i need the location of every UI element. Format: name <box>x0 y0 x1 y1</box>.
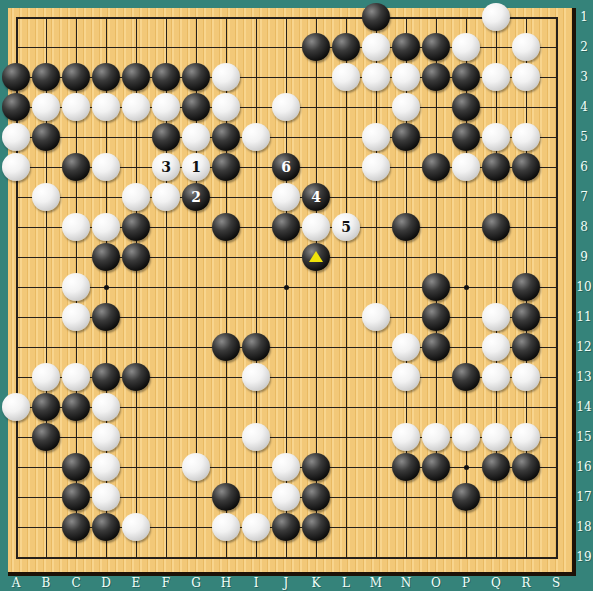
stone-black-N5[interactable] <box>392 123 420 151</box>
stone-white-M6[interactable] <box>362 153 390 181</box>
stone-black-H8[interactable] <box>212 213 240 241</box>
stone-black-Q8[interactable] <box>482 213 510 241</box>
stone-black-E9[interactable] <box>122 243 150 271</box>
stone-white-P6[interactable] <box>452 153 480 181</box>
move-number-1: 1 <box>191 160 201 174</box>
stone-white-R15[interactable] <box>512 423 540 451</box>
stone-black-O11[interactable] <box>422 303 450 331</box>
stone-black-C18[interactable] <box>62 513 90 541</box>
stone-white-D8[interactable] <box>92 213 120 241</box>
col-label-G: G <box>191 576 201 590</box>
stone-black-R16[interactable] <box>512 453 540 481</box>
stone-black-O2[interactable] <box>422 33 450 61</box>
row-label-5: 5 <box>580 130 588 144</box>
go-game-screen: 316245 ABCDEFGHIJKLMNOPQRS12345678910111… <box>0 0 593 591</box>
stone-black-J8[interactable] <box>272 213 300 241</box>
grid-line <box>16 17 558 19</box>
col-label-C: C <box>71 576 80 590</box>
stone-black-O16[interactable] <box>422 453 450 481</box>
stone-white-N4[interactable] <box>392 93 420 121</box>
stone-black-D18[interactable] <box>92 513 120 541</box>
stone-black-P5[interactable] <box>452 123 480 151</box>
stone-white-M5[interactable] <box>362 123 390 151</box>
stone-white-M11[interactable] <box>362 303 390 331</box>
stone-white-F7[interactable] <box>152 183 180 211</box>
stone-black-E13[interactable] <box>122 363 150 391</box>
star-point <box>464 465 469 470</box>
stone-black-D13[interactable] <box>92 363 120 391</box>
stone-black-B15[interactable] <box>32 423 60 451</box>
col-label-O: O <box>431 576 441 590</box>
stone-black-R11[interactable] <box>512 303 540 331</box>
col-label-L: L <box>342 576 350 590</box>
move-number-2: 2 <box>191 190 201 204</box>
stone-white-M3[interactable] <box>362 63 390 91</box>
stone-white-D14[interactable] <box>92 393 120 421</box>
stone-white-P15[interactable] <box>452 423 480 451</box>
stone-white-R3[interactable] <box>512 63 540 91</box>
stone-white-D6[interactable] <box>92 153 120 181</box>
stone-white-H3[interactable] <box>212 63 240 91</box>
stone-white-H18[interactable] <box>212 513 240 541</box>
grid-line <box>16 557 558 559</box>
stone-white-B7[interactable] <box>32 183 60 211</box>
stone-white-I13[interactable] <box>242 363 270 391</box>
stone-white-P2[interactable] <box>452 33 480 61</box>
stone-white-Q11[interactable] <box>482 303 510 331</box>
row-label-13: 13 <box>576 370 591 384</box>
stone-black-N16[interactable] <box>392 453 420 481</box>
stone-black-R6[interactable] <box>512 153 540 181</box>
stone-white-E18[interactable] <box>122 513 150 541</box>
stone-black-P3[interactable] <box>452 63 480 91</box>
row-label-17: 17 <box>576 490 591 504</box>
stone-black-K17[interactable] <box>302 483 330 511</box>
grid-line <box>556 17 558 559</box>
col-label-S: S <box>552 576 560 590</box>
stone-black-O10[interactable] <box>422 273 450 301</box>
stone-white-I5[interactable] <box>242 123 270 151</box>
stone-black-C6[interactable] <box>62 153 90 181</box>
stone-white-R13[interactable] <box>512 363 540 391</box>
stone-white-R5[interactable] <box>512 123 540 151</box>
stone-black-K18[interactable] <box>302 513 330 541</box>
col-label-D: D <box>101 576 111 590</box>
stone-white-J17[interactable] <box>272 483 300 511</box>
stone-white-J7[interactable] <box>272 183 300 211</box>
stone-white-D16[interactable] <box>92 453 120 481</box>
stone-white-A14[interactable] <box>2 393 30 421</box>
stone-white-K8[interactable] <box>302 213 330 241</box>
stone-black-K2[interactable] <box>302 33 330 61</box>
row-label-9: 9 <box>580 250 588 264</box>
row-label-7: 7 <box>580 190 588 204</box>
stone-black-Q16[interactable] <box>482 453 510 481</box>
stone-black-E8[interactable] <box>122 213 150 241</box>
stone-black-F3[interactable] <box>152 63 180 91</box>
stone-white-C4[interactable] <box>62 93 90 121</box>
stone-black-G3[interactable] <box>182 63 210 91</box>
stone-black-N8[interactable] <box>392 213 420 241</box>
stone-white-Q5[interactable] <box>482 123 510 151</box>
stone-white-H4[interactable] <box>212 93 240 121</box>
stone-black-R10[interactable] <box>512 273 540 301</box>
col-label-R: R <box>521 576 530 590</box>
triangle-mark <box>309 251 323 262</box>
col-label-F: F <box>162 576 170 590</box>
stone-white-D17[interactable] <box>92 483 120 511</box>
stone-white-F4[interactable] <box>152 93 180 121</box>
row-label-3: 3 <box>580 70 588 84</box>
row-label-4: 4 <box>580 100 588 114</box>
stone-black-K7[interactable]: 4 <box>302 183 330 211</box>
stone-black-J6[interactable]: 6 <box>272 153 300 181</box>
stone-white-O15[interactable] <box>422 423 450 451</box>
stone-white-E7[interactable] <box>122 183 150 211</box>
grid-line <box>376 17 377 559</box>
row-label-15: 15 <box>576 430 591 444</box>
col-label-Q: Q <box>491 576 501 590</box>
stone-white-C13[interactable] <box>62 363 90 391</box>
col-label-N: N <box>401 576 412 590</box>
stone-white-C11[interactable] <box>62 303 90 331</box>
stone-white-L3[interactable] <box>332 63 360 91</box>
col-label-J: J <box>284 576 289 590</box>
move-number-6: 6 <box>281 160 291 174</box>
stone-black-Q6[interactable] <box>482 153 510 181</box>
stone-black-P17[interactable] <box>452 483 480 511</box>
move-number-4: 4 <box>311 190 321 204</box>
stone-white-I15[interactable] <box>242 423 270 451</box>
star-point <box>104 285 109 290</box>
stone-white-N15[interactable] <box>392 423 420 451</box>
col-label-E: E <box>132 576 141 590</box>
stone-black-J18[interactable] <box>272 513 300 541</box>
row-label-14: 14 <box>576 400 591 414</box>
row-label-12: 12 <box>576 340 591 354</box>
row-label-6: 6 <box>580 160 588 174</box>
stone-white-Q15[interactable] <box>482 423 510 451</box>
row-label-8: 8 <box>580 220 588 234</box>
stone-white-D4[interactable] <box>92 93 120 121</box>
stone-black-P13[interactable] <box>452 363 480 391</box>
stone-black-O12[interactable] <box>422 333 450 361</box>
stone-black-D9[interactable] <box>92 243 120 271</box>
stone-white-R2[interactable] <box>512 33 540 61</box>
stone-black-O6[interactable] <box>422 153 450 181</box>
stone-white-C10[interactable] <box>62 273 90 301</box>
stone-black-P4[interactable] <box>452 93 480 121</box>
row-label-11: 11 <box>576 310 591 324</box>
stone-white-N3[interactable] <box>392 63 420 91</box>
stone-black-N2[interactable] <box>392 33 420 61</box>
stone-black-K16[interactable] <box>302 453 330 481</box>
stone-black-B14[interactable] <box>32 393 60 421</box>
grid-line <box>346 17 347 559</box>
stone-black-H5[interactable] <box>212 123 240 151</box>
stone-white-J16[interactable] <box>272 453 300 481</box>
stone-white-L8[interactable]: 5 <box>332 213 360 241</box>
stone-black-C14[interactable] <box>62 393 90 421</box>
stone-white-G5[interactable] <box>182 123 210 151</box>
stone-black-R12[interactable] <box>512 333 540 361</box>
row-label-2: 2 <box>580 40 588 54</box>
stone-black-H6[interactable] <box>212 153 240 181</box>
stone-black-B5[interactable] <box>32 123 60 151</box>
stone-black-E3[interactable] <box>122 63 150 91</box>
stone-black-G7[interactable]: 2 <box>182 183 210 211</box>
stone-black-D11[interactable] <box>92 303 120 331</box>
grid-line <box>16 347 558 348</box>
col-label-M: M <box>370 576 382 590</box>
stone-black-G4[interactable] <box>182 93 210 121</box>
star-point <box>284 285 289 290</box>
star-point <box>464 285 469 290</box>
stone-black-O3[interactable] <box>422 63 450 91</box>
stone-white-N13[interactable] <box>392 363 420 391</box>
stone-white-A6[interactable] <box>2 153 30 181</box>
stone-black-D3[interactable] <box>92 63 120 91</box>
row-label-18: 18 <box>576 520 591 534</box>
stone-white-C8[interactable] <box>62 213 90 241</box>
stone-black-C17[interactable] <box>62 483 90 511</box>
move-number-3: 3 <box>161 160 171 174</box>
stone-white-B13[interactable] <box>32 363 60 391</box>
col-label-K: K <box>312 576 321 590</box>
stone-white-F6[interactable]: 3 <box>152 153 180 181</box>
col-label-I: I <box>254 576 259 590</box>
stone-white-Q12[interactable] <box>482 333 510 361</box>
stone-black-B3[interactable] <box>32 63 60 91</box>
goban[interactable]: 316245 <box>8 8 576 576</box>
stone-black-H17[interactable] <box>212 483 240 511</box>
stone-white-D15[interactable] <box>92 423 120 451</box>
stone-white-G6[interactable]: 1 <box>182 153 210 181</box>
row-label-16: 16 <box>576 460 591 474</box>
grid-line <box>256 17 257 559</box>
stone-black-F5[interactable] <box>152 123 180 151</box>
stone-black-H12[interactable] <box>212 333 240 361</box>
stone-black-K9[interactable] <box>302 243 330 271</box>
stone-black-A4[interactable] <box>2 93 30 121</box>
stone-black-L2[interactable] <box>332 33 360 61</box>
col-label-A: A <box>12 576 21 590</box>
stone-white-A5[interactable] <box>2 123 30 151</box>
stone-white-Q1[interactable] <box>482 3 510 31</box>
stone-white-J4[interactable] <box>272 93 300 121</box>
stone-white-I18[interactable] <box>242 513 270 541</box>
stone-white-E4[interactable] <box>122 93 150 121</box>
col-label-P: P <box>462 576 470 590</box>
stone-black-M1[interactable] <box>362 3 390 31</box>
stone-black-A3[interactable] <box>2 63 30 91</box>
row-label-1: 1 <box>580 10 588 24</box>
stone-white-M2[interactable] <box>362 33 390 61</box>
stone-white-N12[interactable] <box>392 333 420 361</box>
stone-white-G16[interactable] <box>182 453 210 481</box>
stone-white-Q3[interactable] <box>482 63 510 91</box>
row-label-10: 10 <box>576 280 591 294</box>
col-label-B: B <box>42 576 51 590</box>
stone-white-Q13[interactable] <box>482 363 510 391</box>
row-label-19: 19 <box>576 550 591 564</box>
stone-black-I12[interactable] <box>242 333 270 361</box>
stone-black-C16[interactable] <box>62 453 90 481</box>
move-number-5: 5 <box>341 220 351 234</box>
col-label-H: H <box>221 576 231 590</box>
stone-black-C3[interactable] <box>62 63 90 91</box>
stone-white-B4[interactable] <box>32 93 60 121</box>
